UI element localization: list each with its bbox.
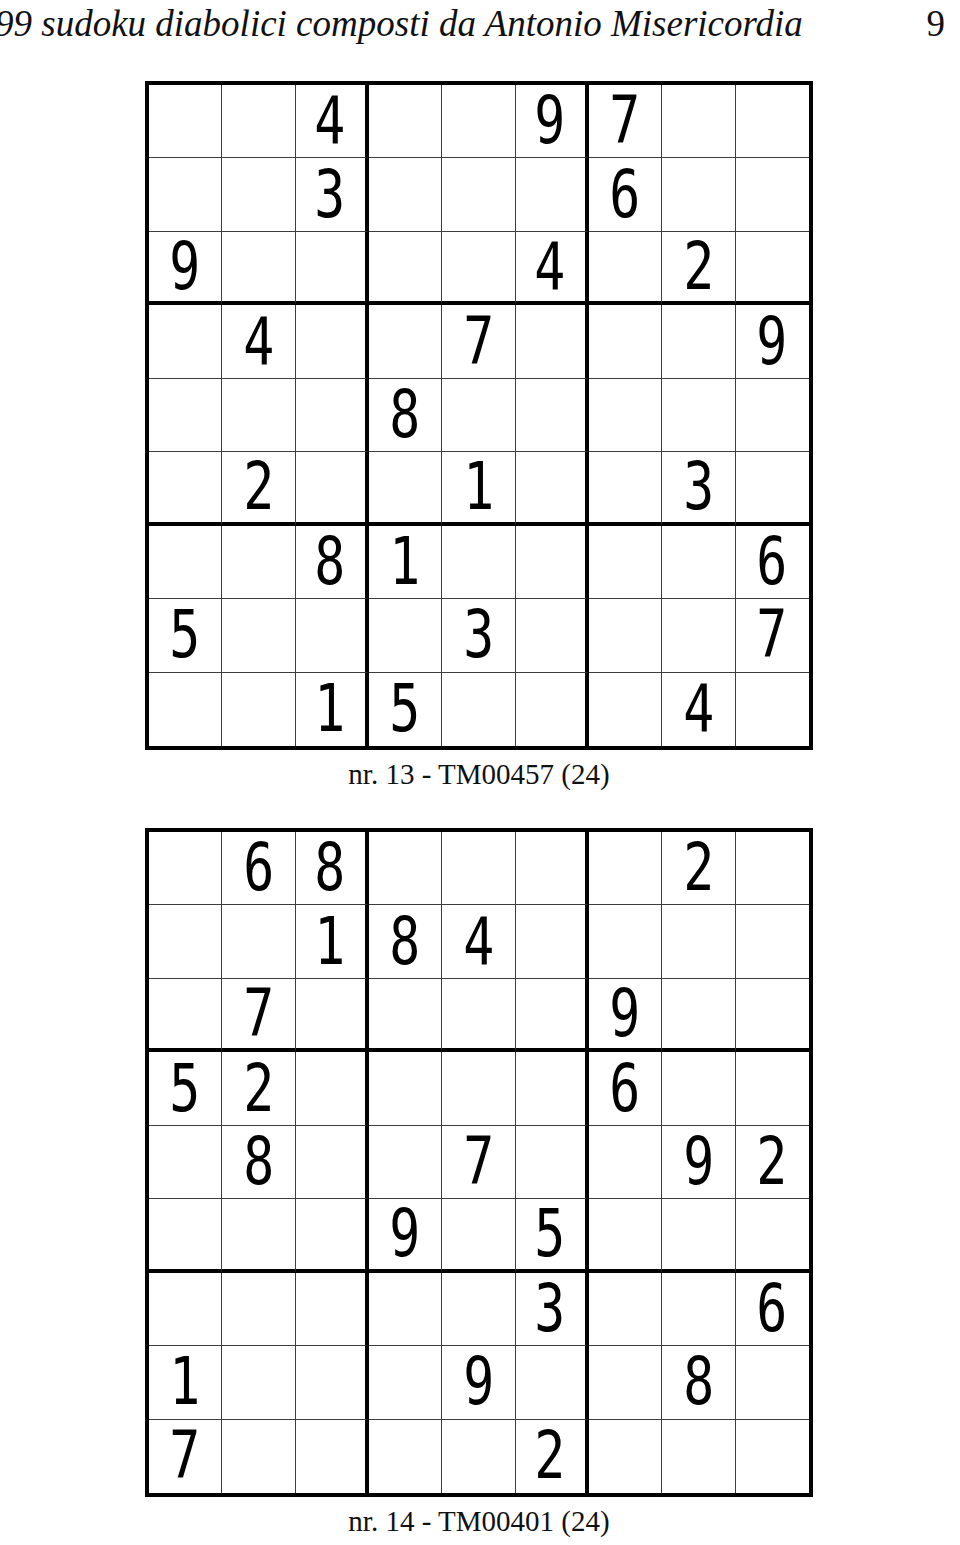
cell-r8c7 — [589, 599, 662, 672]
cell-r9c5 — [442, 1420, 515, 1493]
given-digit: 7 — [243, 981, 274, 1047]
page-title: 99 sudoku diabolici composti da Antonio … — [0, 2, 803, 46]
cell-r1c8: 2 — [662, 832, 735, 905]
cell-r9c8: 4 — [662, 673, 735, 746]
cell-r6c8 — [662, 1199, 735, 1272]
cell-r6c1 — [149, 1199, 222, 1272]
given-digit: 4 — [535, 234, 566, 300]
cell-r7c1 — [149, 526, 222, 599]
cell-r5c4: 8 — [369, 379, 442, 452]
cell-r2c7: 6 — [589, 158, 662, 231]
cell-r6c3 — [296, 1199, 369, 1272]
cell-r2c6 — [516, 158, 589, 231]
given-digit: 9 — [683, 1129, 714, 1195]
cell-r7c5 — [442, 526, 515, 599]
given-digit: 7 — [463, 309, 494, 375]
cell-r3c4 — [369, 232, 442, 305]
cell-r2c3: 3 — [296, 158, 369, 231]
cell-r4c4 — [369, 1052, 442, 1125]
cell-r4c5 — [442, 1052, 515, 1125]
given-digit: 2 — [683, 234, 714, 300]
cell-r3c1 — [149, 979, 222, 1052]
cell-r3c6 — [516, 979, 589, 1052]
cell-r7c7 — [589, 1273, 662, 1346]
cell-r3c9 — [736, 979, 809, 1052]
cell-r8c2 — [222, 1346, 295, 1419]
cell-r5c6 — [516, 1126, 589, 1199]
cell-r6c2 — [222, 1199, 295, 1272]
cell-r3c5 — [442, 979, 515, 1052]
cell-r4c2: 2 — [222, 1052, 295, 1125]
given-digit: 8 — [243, 1129, 274, 1195]
cell-r4c3 — [296, 305, 369, 378]
cell-r4c7 — [589, 305, 662, 378]
cell-r4c3 — [296, 1052, 369, 1125]
cell-r5c5 — [442, 379, 515, 452]
puzzle-caption: nr. 14 - TM00401 (24) — [145, 1503, 813, 1539]
cell-r6c6: 5 — [516, 1199, 589, 1272]
given-digit: 4 — [463, 909, 494, 975]
given-digit: 1 — [463, 454, 494, 520]
cell-r1c4 — [369, 832, 442, 905]
cell-r3c5 — [442, 232, 515, 305]
cell-r8c5: 9 — [442, 1346, 515, 1419]
cell-r1c5 — [442, 832, 515, 905]
cell-r4c1 — [149, 305, 222, 378]
cell-r5c4 — [369, 1126, 442, 1199]
given-digit: 2 — [243, 1056, 274, 1122]
given-digit: 6 — [243, 835, 274, 901]
cell-r9c1 — [149, 673, 222, 746]
cell-r6c8: 3 — [662, 452, 735, 525]
cell-r2c9 — [736, 905, 809, 978]
given-digit: 5 — [390, 676, 421, 742]
cell-r5c3 — [296, 1126, 369, 1199]
given-digit: 2 — [683, 835, 714, 901]
cell-r5c8: 9 — [662, 1126, 735, 1199]
cell-r3c2: 7 — [222, 979, 295, 1052]
given-digit: 5 — [170, 1056, 201, 1122]
cell-r6c3 — [296, 452, 369, 525]
cell-r6c5 — [442, 1199, 515, 1272]
cell-r2c6 — [516, 905, 589, 978]
given-digit: 2 — [535, 1423, 566, 1489]
cell-r9c3 — [296, 1420, 369, 1493]
given-digit: 7 — [463, 1129, 494, 1195]
given-digit: 9 — [535, 88, 566, 154]
cell-r9c9 — [736, 1420, 809, 1493]
given-digit: 9 — [757, 309, 788, 375]
cell-r8c4 — [369, 599, 442, 672]
cell-r5c1 — [149, 1126, 222, 1199]
cell-r9c1: 7 — [149, 1420, 222, 1493]
cell-r6c6 — [516, 452, 589, 525]
cell-r7c3 — [296, 1273, 369, 1346]
cell-r2c9 — [736, 158, 809, 231]
sudoku-grid-2: 682184795268792953619872 — [145, 828, 813, 1497]
cell-r7c3: 8 — [296, 526, 369, 599]
given-digit: 8 — [390, 382, 421, 448]
cell-r1c2: 6 — [222, 832, 295, 905]
cell-r6c9 — [736, 1199, 809, 1272]
cell-r8c8 — [662, 599, 735, 672]
cell-r1c6 — [516, 832, 589, 905]
cell-r1c4 — [369, 85, 442, 158]
puzzle-caption: nr. 13 - TM00457 (24) — [145, 756, 813, 792]
puzzle-nr-13: 497369424798213816537154 nr. 13 - TM0045… — [145, 81, 813, 792]
cell-r1c2 — [222, 85, 295, 158]
cell-r3c6: 4 — [516, 232, 589, 305]
cell-r9c6: 2 — [516, 1420, 589, 1493]
cell-r4c9 — [736, 1052, 809, 1125]
given-digit: 8 — [390, 909, 421, 975]
cell-r4c4 — [369, 305, 442, 378]
cell-r5c8 — [662, 379, 735, 452]
cell-r1c9 — [736, 85, 809, 158]
cell-r9c7 — [589, 673, 662, 746]
cell-r1c3: 8 — [296, 832, 369, 905]
cell-r3c7 — [589, 232, 662, 305]
given-digit: 3 — [315, 162, 346, 228]
cell-r2c8 — [662, 158, 735, 231]
given-digit: 6 — [757, 1276, 788, 1342]
cell-r2c7 — [589, 905, 662, 978]
cell-r4c8 — [662, 1052, 735, 1125]
given-digit: 3 — [535, 1276, 566, 1342]
cell-r5c2: 8 — [222, 1126, 295, 1199]
cell-r8c3 — [296, 1346, 369, 1419]
cell-r2c4 — [369, 158, 442, 231]
cell-r9c4: 5 — [369, 673, 442, 746]
sudoku-grid-1: 497369424798213816537154 — [145, 81, 813, 750]
cell-r5c5: 7 — [442, 1126, 515, 1199]
given-digit: 5 — [535, 1201, 566, 1267]
cell-r3c8 — [662, 979, 735, 1052]
cell-r8c1: 1 — [149, 1346, 222, 1419]
page-number: 9 — [927, 2, 946, 46]
cell-r8c9: 7 — [736, 599, 809, 672]
cell-r8c8: 8 — [662, 1346, 735, 1419]
cell-r9c9 — [736, 673, 809, 746]
cell-r4c8 — [662, 305, 735, 378]
cell-r9c3: 1 — [296, 673, 369, 746]
cell-r4c5: 7 — [442, 305, 515, 378]
cell-r1c7 — [589, 832, 662, 905]
cell-r7c8 — [662, 526, 735, 599]
given-digit: 1 — [315, 909, 346, 975]
cell-r1c7: 7 — [589, 85, 662, 158]
cell-r3c7: 9 — [589, 979, 662, 1052]
cell-r8c6 — [516, 599, 589, 672]
cell-r4c2: 4 — [222, 305, 295, 378]
given-digit: 6 — [610, 162, 641, 228]
cell-r8c5: 3 — [442, 599, 515, 672]
cell-r2c1 — [149, 158, 222, 231]
given-digit: 2 — [243, 454, 274, 520]
cell-r8c3 — [296, 599, 369, 672]
cell-r9c2 — [222, 1420, 295, 1493]
cell-r8c1: 5 — [149, 599, 222, 672]
given-digit: 9 — [610, 981, 641, 1047]
cell-r2c1 — [149, 905, 222, 978]
cell-r2c8 — [662, 905, 735, 978]
given-digit: 1 — [170, 1349, 201, 1415]
given-digit: 4 — [243, 309, 274, 375]
cell-r3c3 — [296, 979, 369, 1052]
cell-r5c2 — [222, 379, 295, 452]
cell-r4c1: 5 — [149, 1052, 222, 1125]
cell-r1c1 — [149, 832, 222, 905]
cell-r3c8: 2 — [662, 232, 735, 305]
cell-r9c7 — [589, 1420, 662, 1493]
cell-r6c9 — [736, 452, 809, 525]
cell-r5c9: 2 — [736, 1126, 809, 1199]
given-digit: 1 — [390, 529, 421, 595]
cell-r4c6 — [516, 305, 589, 378]
cell-r6c4 — [369, 452, 442, 525]
cell-r3c2 — [222, 232, 295, 305]
given-digit: 5 — [170, 602, 201, 668]
cell-r7c2 — [222, 1273, 295, 1346]
cell-r6c1 — [149, 452, 222, 525]
cell-r3c9 — [736, 232, 809, 305]
cell-r4c9: 9 — [736, 305, 809, 378]
cell-r2c3: 1 — [296, 905, 369, 978]
given-digit: 8 — [683, 1349, 714, 1415]
given-digit: 7 — [170, 1423, 201, 1489]
given-digit: 9 — [463, 1349, 494, 1415]
given-digit: 9 — [170, 234, 201, 300]
cell-r6c4: 9 — [369, 1199, 442, 1272]
cell-r7c7 — [589, 526, 662, 599]
cell-r9c2 — [222, 673, 295, 746]
cell-r7c9: 6 — [736, 526, 809, 599]
given-digit: 3 — [463, 602, 494, 668]
cell-r7c6: 3 — [516, 1273, 589, 1346]
cell-r8c2 — [222, 599, 295, 672]
cell-r5c7 — [589, 1126, 662, 1199]
cell-r8c6 — [516, 1346, 589, 1419]
given-digit: 4 — [315, 88, 346, 154]
cell-r7c4: 1 — [369, 526, 442, 599]
cell-r3c3 — [296, 232, 369, 305]
cell-r5c9 — [736, 379, 809, 452]
given-digit: 8 — [315, 835, 346, 901]
cell-r7c1 — [149, 1273, 222, 1346]
cell-r7c4 — [369, 1273, 442, 1346]
cell-r2c4: 8 — [369, 905, 442, 978]
given-digit: 7 — [757, 602, 788, 668]
cell-r2c5: 4 — [442, 905, 515, 978]
cell-r9c5 — [442, 673, 515, 746]
cell-r4c6 — [516, 1052, 589, 1125]
cell-r1c3: 4 — [296, 85, 369, 158]
given-digit: 9 — [390, 1201, 421, 1267]
given-digit: 6 — [757, 529, 788, 595]
puzzle-nr-14: 682184795268792953619872 nr. 14 - TM0040… — [145, 828, 813, 1539]
cell-r5c7 — [589, 379, 662, 452]
cell-r1c1 — [149, 85, 222, 158]
page-header: 99 sudoku diabolici composti da Antonio … — [0, 2, 960, 48]
cell-r1c9 — [736, 832, 809, 905]
cell-r7c2 — [222, 526, 295, 599]
given-digit: 4 — [683, 676, 714, 742]
given-digit: 2 — [757, 1129, 788, 1195]
cell-r9c6 — [516, 673, 589, 746]
cell-r6c2: 2 — [222, 452, 295, 525]
cell-r2c2 — [222, 905, 295, 978]
cell-r7c6 — [516, 526, 589, 599]
cell-r8c4 — [369, 1346, 442, 1419]
cell-r5c1 — [149, 379, 222, 452]
cell-r2c5 — [442, 158, 515, 231]
cell-r7c9: 6 — [736, 1273, 809, 1346]
given-digit: 6 — [610, 1056, 641, 1122]
cell-r9c8 — [662, 1420, 735, 1493]
cell-r8c7 — [589, 1346, 662, 1419]
cell-r8c9 — [736, 1346, 809, 1419]
cell-r3c4 — [369, 979, 442, 1052]
given-digit: 8 — [315, 529, 346, 595]
cell-r1c8 — [662, 85, 735, 158]
cell-r6c7 — [589, 1199, 662, 1272]
cell-r2c2 — [222, 158, 295, 231]
cell-r5c6 — [516, 379, 589, 452]
given-digit: 7 — [610, 88, 641, 154]
cell-r1c6: 9 — [516, 85, 589, 158]
cell-r6c7 — [589, 452, 662, 525]
given-digit: 3 — [683, 454, 714, 520]
cell-r1c5 — [442, 85, 515, 158]
cell-r6c5: 1 — [442, 452, 515, 525]
cell-r9c4 — [369, 1420, 442, 1493]
cell-r3c1: 9 — [149, 232, 222, 305]
cell-r7c5 — [442, 1273, 515, 1346]
cell-r7c8 — [662, 1273, 735, 1346]
cell-r5c3 — [296, 379, 369, 452]
given-digit: 1 — [315, 676, 346, 742]
cell-r4c7: 6 — [589, 1052, 662, 1125]
